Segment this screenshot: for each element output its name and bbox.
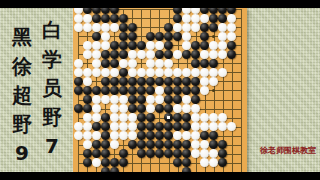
letterbox-bottom (0, 172, 320, 180)
player-text-char: 9 (15, 142, 29, 171)
grid-line-vertical (187, 9, 188, 172)
grid-line-vertical (205, 9, 206, 172)
grid-line-horizontal (78, 136, 241, 137)
player-text-char: 学 (42, 48, 62, 77)
player-text-char: 员 (42, 77, 62, 106)
grid-line-horizontal (78, 154, 241, 155)
player-text-char: 野 (42, 106, 62, 135)
grid-line-vertical (196, 9, 197, 172)
black-player-column: 黑徐超野9 (11, 26, 33, 171)
star-point (104, 35, 107, 38)
letterbox-top (0, 0, 320, 8)
grid-line-horizontal (78, 163, 241, 164)
star-point (104, 89, 107, 92)
grid-line-vertical (178, 9, 179, 172)
player-text-char: 野 (12, 113, 32, 142)
star-point (158, 35, 161, 38)
player-text-char: 徐 (12, 55, 32, 84)
player-text-char: 超 (12, 84, 32, 113)
star-point (158, 143, 161, 146)
star-point (212, 35, 215, 38)
grid-line-vertical (169, 9, 170, 172)
player-text-char: 白 (42, 19, 62, 48)
player-text-char: 黑 (12, 26, 32, 55)
player-text-char: 7 (45, 135, 59, 164)
grid-line-vertical (232, 9, 233, 172)
grid-line-vertical (223, 9, 224, 172)
grid-line-vertical (241, 9, 242, 172)
grid-line-horizontal (78, 109, 241, 110)
grid-line-horizontal (78, 100, 241, 101)
star-point (158, 89, 161, 92)
white-player-column: 白学员野7 (41, 19, 63, 164)
grid-line-horizontal (78, 127, 241, 128)
video-frame: 白学员野7 黑徐超野9 徐老师围棋教室 (0, 0, 320, 180)
star-point (212, 89, 215, 92)
classroom-caption: 徐老师围棋教室 (260, 145, 316, 156)
star-point (212, 143, 215, 146)
star-point (104, 143, 107, 146)
grid-line-horizontal (78, 118, 241, 119)
go-board (73, 8, 247, 172)
